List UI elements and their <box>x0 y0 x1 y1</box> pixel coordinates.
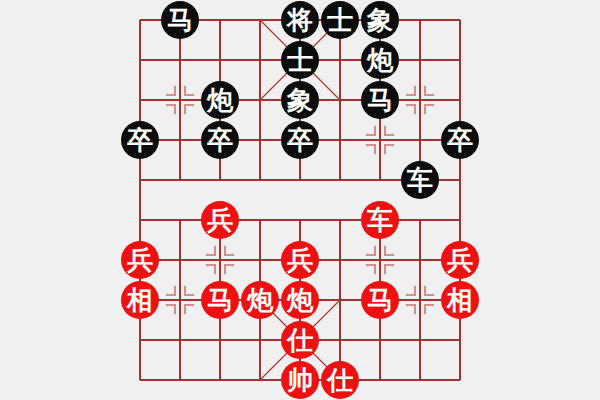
marker-bracket <box>224 264 234 274</box>
marker-bracket <box>206 264 216 274</box>
marker-bracket <box>406 304 416 314</box>
app-background: { "game": "xiangqi", "position": { "fen"… <box>0 0 600 400</box>
point-g7[interactable]: 马 <box>360 80 400 120</box>
point-e8[interactable]: 士 <box>280 40 320 80</box>
piece-red-advisor[interactable]: 仕 <box>281 321 319 359</box>
board-points-grid: 马将士象士炮炮象马卒卒卒卒车兵车兵兵兵相马炮炮马相仕帅仕 <box>120 0 480 400</box>
point-h5[interactable]: 车 <box>400 160 440 200</box>
point-i3[interactable]: 兵 <box>440 240 480 280</box>
piece-red-horse[interactable]: 马 <box>201 281 239 319</box>
piece-red-advisor[interactable]: 仕 <box>321 361 359 399</box>
marker-bracket <box>366 246 376 256</box>
piece-black-advisor[interactable]: 士 <box>281 41 319 79</box>
point-e7[interactable]: 象 <box>280 80 320 120</box>
position-marker <box>400 80 440 120</box>
piece-black-cannon[interactable]: 炮 <box>361 41 399 79</box>
marker-bracket <box>424 286 434 296</box>
point-i2[interactable]: 相 <box>440 280 480 320</box>
point-f0[interactable]: 仕 <box>320 360 360 400</box>
piece-black-soldier[interactable]: 卒 <box>441 121 479 159</box>
point-a6[interactable]: 卒 <box>120 120 160 160</box>
piece-red-elephant[interactable]: 相 <box>121 281 159 319</box>
piece-red-cannon[interactable]: 炮 <box>281 281 319 319</box>
position-marker <box>360 240 400 280</box>
point-g4[interactable]: 车 <box>360 200 400 240</box>
xiangqi-board[interactable]: 马将士象士炮炮象马卒卒卒卒车兵车兵兵兵相马炮炮马相仕帅仕 <box>120 0 480 400</box>
piece-black-chariot[interactable]: 车 <box>401 161 439 199</box>
marker-bracket <box>424 304 434 314</box>
point-e3[interactable]: 兵 <box>280 240 320 280</box>
position-marker <box>160 280 200 320</box>
marker-bracket <box>424 104 434 114</box>
marker-bracket <box>406 104 416 114</box>
marker-bracket <box>384 144 394 154</box>
marker-bracket <box>184 286 194 296</box>
point-a2[interactable]: 相 <box>120 280 160 320</box>
marker-bracket <box>366 264 376 274</box>
point-d2[interactable]: 炮 <box>240 280 280 320</box>
point-g9[interactable]: 象 <box>360 0 400 40</box>
position-marker <box>400 280 440 320</box>
point-i6[interactable]: 卒 <box>440 120 480 160</box>
point-e2[interactable]: 炮 <box>280 280 320 320</box>
point-c4[interactable]: 兵 <box>200 200 240 240</box>
marker-bracket <box>384 246 394 256</box>
point-e0[interactable]: 帅 <box>280 360 320 400</box>
point-c2[interactable]: 马 <box>200 280 240 320</box>
piece-red-soldier[interactable]: 兵 <box>201 201 239 239</box>
point-c7[interactable]: 炮 <box>200 80 240 120</box>
piece-black-soldier[interactable]: 卒 <box>201 121 239 159</box>
marker-bracket <box>224 246 234 256</box>
piece-red-general[interactable]: 帅 <box>281 361 319 399</box>
piece-red-elephant[interactable]: 相 <box>441 281 479 319</box>
marker-bracket <box>166 104 176 114</box>
piece-black-soldier[interactable]: 卒 <box>281 121 319 159</box>
piece-black-general[interactable]: 将 <box>281 1 319 39</box>
marker-bracket <box>366 144 376 154</box>
piece-red-horse[interactable]: 马 <box>361 281 399 319</box>
piece-black-elephant[interactable]: 象 <box>281 81 319 119</box>
marker-bracket <box>184 304 194 314</box>
position-marker <box>200 240 240 280</box>
piece-black-horse[interactable]: 马 <box>161 1 199 39</box>
piece-black-advisor[interactable]: 士 <box>321 1 359 39</box>
position-marker <box>360 120 400 160</box>
piece-black-elephant[interactable]: 象 <box>361 1 399 39</box>
position-marker <box>160 80 200 120</box>
marker-bracket <box>384 264 394 274</box>
point-a3[interactable]: 兵 <box>120 240 160 280</box>
piece-red-soldier[interactable]: 兵 <box>121 241 159 279</box>
point-f9[interactable]: 士 <box>320 0 360 40</box>
marker-bracket <box>166 86 176 96</box>
marker-bracket <box>406 286 416 296</box>
piece-black-cannon[interactable]: 炮 <box>201 81 239 119</box>
point-e9[interactable]: 将 <box>280 0 320 40</box>
marker-bracket <box>166 286 176 296</box>
marker-bracket <box>406 86 416 96</box>
piece-red-chariot[interactable]: 车 <box>361 201 399 239</box>
marker-bracket <box>424 86 434 96</box>
marker-bracket <box>166 304 176 314</box>
marker-bracket <box>184 104 194 114</box>
point-b9[interactable]: 马 <box>160 0 200 40</box>
point-g8[interactable]: 炮 <box>360 40 400 80</box>
piece-red-soldier[interactable]: 兵 <box>281 241 319 279</box>
point-e6[interactable]: 卒 <box>280 120 320 160</box>
marker-bracket <box>206 246 216 256</box>
point-e1[interactable]: 仕 <box>280 320 320 360</box>
marker-bracket <box>366 126 376 136</box>
piece-black-horse[interactable]: 马 <box>361 81 399 119</box>
piece-red-soldier[interactable]: 兵 <box>441 241 479 279</box>
point-c6[interactable]: 卒 <box>200 120 240 160</box>
marker-bracket <box>184 86 194 96</box>
point-g2[interactable]: 马 <box>360 280 400 320</box>
piece-black-soldier[interactable]: 卒 <box>121 121 159 159</box>
piece-red-cannon[interactable]: 炮 <box>241 281 279 319</box>
marker-bracket <box>384 126 394 136</box>
